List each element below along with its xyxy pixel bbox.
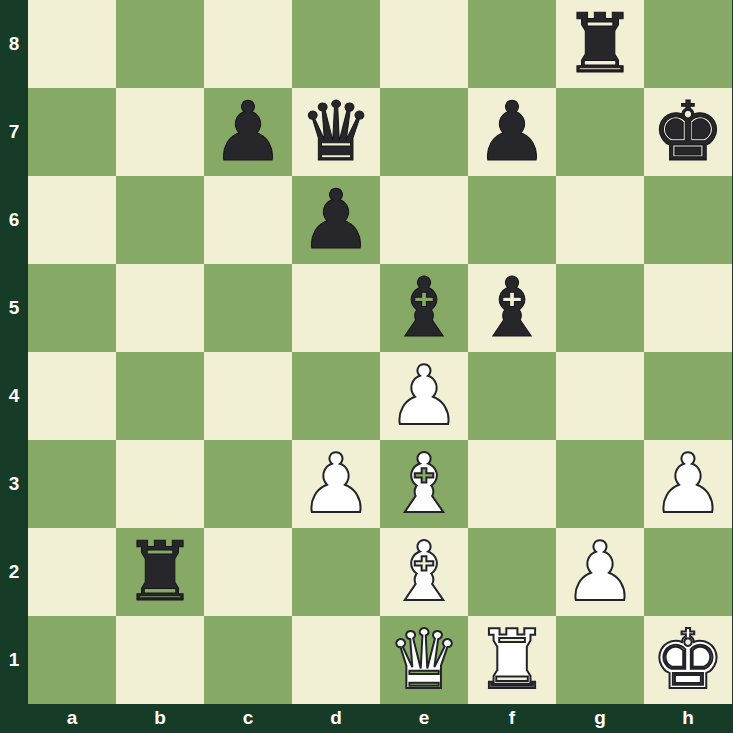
square-e4[interactable]: ♟ xyxy=(380,352,468,440)
square-a4[interactable] xyxy=(28,352,116,440)
square-h6[interactable] xyxy=(644,176,732,264)
white-pawn[interactable]: ♟ xyxy=(563,531,637,613)
square-d5[interactable] xyxy=(292,264,380,352)
square-c5[interactable] xyxy=(204,264,292,352)
rank-label-6: 6 xyxy=(0,176,28,264)
black-bishop[interactable]: ♝ xyxy=(387,267,461,349)
chess-board-diagram: 87654321 ♜♟♛♟♚♟♝♝♟♟♝♟♜♝♟♛♜♚ abcdefgh xyxy=(0,0,733,733)
file-label-g: g xyxy=(556,704,644,733)
square-e1[interactable]: ♛ xyxy=(380,616,468,704)
square-g1[interactable] xyxy=(556,616,644,704)
square-d7[interactable]: ♛ xyxy=(292,88,380,176)
rank-label-5: 5 xyxy=(0,264,28,352)
chess-board: ♜♟♛♟♚♟♝♝♟♟♝♟♜♝♟♛♜♚ xyxy=(28,0,732,704)
black-rook[interactable]: ♜ xyxy=(123,531,197,613)
square-c7[interactable]: ♟ xyxy=(204,88,292,176)
square-b5[interactable] xyxy=(116,264,204,352)
square-a6[interactable] xyxy=(28,176,116,264)
square-g5[interactable] xyxy=(556,264,644,352)
rank-label-7: 7 xyxy=(0,88,28,176)
square-c8[interactable] xyxy=(204,0,292,88)
square-d8[interactable] xyxy=(292,0,380,88)
square-g8[interactable]: ♜ xyxy=(556,0,644,88)
white-bishop[interactable]: ♝ xyxy=(387,443,461,525)
square-c4[interactable] xyxy=(204,352,292,440)
white-king[interactable]: ♚ xyxy=(651,619,725,701)
white-pawn[interactable]: ♟ xyxy=(651,443,725,525)
file-label-b: b xyxy=(116,704,204,733)
square-f2[interactable] xyxy=(468,528,556,616)
square-e2[interactable]: ♝ xyxy=(380,528,468,616)
black-pawn[interactable]: ♟ xyxy=(475,91,549,173)
square-g7[interactable] xyxy=(556,88,644,176)
file-labels: abcdefgh xyxy=(28,704,732,733)
square-d3[interactable]: ♟ xyxy=(292,440,380,528)
square-g6[interactable] xyxy=(556,176,644,264)
square-e5[interactable]: ♝ xyxy=(380,264,468,352)
square-g3[interactable] xyxy=(556,440,644,528)
black-bishop[interactable]: ♝ xyxy=(475,267,549,349)
square-f6[interactable] xyxy=(468,176,556,264)
square-a7[interactable] xyxy=(28,88,116,176)
square-d4[interactable] xyxy=(292,352,380,440)
white-queen[interactable]: ♛ xyxy=(387,619,461,701)
square-d6[interactable]: ♟ xyxy=(292,176,380,264)
white-pawn[interactable]: ♟ xyxy=(387,355,461,437)
file-label-e: e xyxy=(380,704,468,733)
square-e6[interactable] xyxy=(380,176,468,264)
file-label-a: a xyxy=(28,704,116,733)
square-e7[interactable] xyxy=(380,88,468,176)
rank-labels: 87654321 xyxy=(0,0,28,704)
file-label-h: h xyxy=(644,704,732,733)
square-h1[interactable]: ♚ xyxy=(644,616,732,704)
square-f3[interactable] xyxy=(468,440,556,528)
black-pawn[interactable]: ♟ xyxy=(299,179,373,261)
square-a3[interactable] xyxy=(28,440,116,528)
square-b1[interactable] xyxy=(116,616,204,704)
square-b4[interactable] xyxy=(116,352,204,440)
black-queen[interactable]: ♛ xyxy=(299,91,373,173)
square-f8[interactable] xyxy=(468,0,556,88)
white-bishop[interactable]: ♝ xyxy=(387,531,461,613)
white-rook[interactable]: ♜ xyxy=(475,619,549,701)
file-label-f: f xyxy=(468,704,556,733)
black-pawn[interactable]: ♟ xyxy=(211,91,285,173)
square-g2[interactable]: ♟ xyxy=(556,528,644,616)
square-b7[interactable] xyxy=(116,88,204,176)
rank-label-1: 1 xyxy=(0,616,28,704)
square-b8[interactable] xyxy=(116,0,204,88)
rank-label-3: 3 xyxy=(0,440,28,528)
square-b2[interactable]: ♜ xyxy=(116,528,204,616)
square-a1[interactable] xyxy=(28,616,116,704)
square-d2[interactable] xyxy=(292,528,380,616)
file-label-c: c xyxy=(204,704,292,733)
square-c6[interactable] xyxy=(204,176,292,264)
square-h2[interactable] xyxy=(644,528,732,616)
square-h5[interactable] xyxy=(644,264,732,352)
black-rook[interactable]: ♜ xyxy=(563,3,637,85)
square-b6[interactable] xyxy=(116,176,204,264)
square-a2[interactable] xyxy=(28,528,116,616)
white-pawn[interactable]: ♟ xyxy=(299,443,373,525)
rank-label-2: 2 xyxy=(0,528,28,616)
file-label-d: d xyxy=(292,704,380,733)
square-f4[interactable] xyxy=(468,352,556,440)
square-h7[interactable]: ♚ xyxy=(644,88,732,176)
square-c1[interactable] xyxy=(204,616,292,704)
square-h4[interactable] xyxy=(644,352,732,440)
square-h8[interactable] xyxy=(644,0,732,88)
square-h3[interactable]: ♟ xyxy=(644,440,732,528)
black-king[interactable]: ♚ xyxy=(651,91,725,173)
square-f5[interactable]: ♝ xyxy=(468,264,556,352)
square-a5[interactable] xyxy=(28,264,116,352)
square-e8[interactable] xyxy=(380,0,468,88)
square-f1[interactable]: ♜ xyxy=(468,616,556,704)
square-d1[interactable] xyxy=(292,616,380,704)
square-g4[interactable] xyxy=(556,352,644,440)
square-b3[interactable] xyxy=(116,440,204,528)
square-a8[interactable] xyxy=(28,0,116,88)
square-c2[interactable] xyxy=(204,528,292,616)
rank-label-8: 8 xyxy=(0,0,28,88)
square-e3[interactable]: ♝ xyxy=(380,440,468,528)
square-f7[interactable]: ♟ xyxy=(468,88,556,176)
square-c3[interactable] xyxy=(204,440,292,528)
rank-label-4: 4 xyxy=(0,352,28,440)
